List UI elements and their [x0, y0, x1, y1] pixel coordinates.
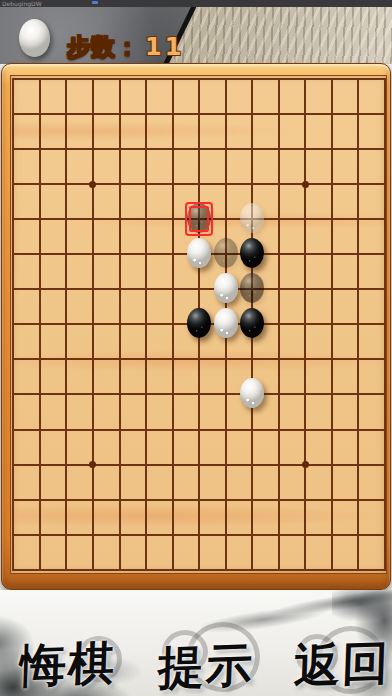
ghost-black-stone — [214, 238, 238, 268]
star-point — [302, 181, 309, 188]
star-point — [302, 461, 309, 468]
turn-indicator-white-stone — [19, 19, 50, 57]
status-strip: DebugingDW — [0, 0, 392, 7]
bottom-panel: 悔棋 提示 返回 — [0, 590, 392, 696]
step-counter-label: 步数： — [67, 33, 139, 61]
grid-vline — [384, 78, 386, 571]
status-speck — [92, 1, 98, 4]
button-bar: 悔棋 提示 返回 — [0, 590, 392, 696]
grid-hline — [12, 499, 386, 501]
game-screen: DebugingDW 步数：11 悔棋 提示 返回 — [0, 0, 392, 696]
grid-vline — [304, 78, 306, 571]
grid-hline — [12, 569, 386, 571]
grid-hline — [12, 534, 386, 536]
grid-vline — [357, 78, 359, 571]
debug-label: DebugingDW — [2, 0, 42, 7]
header: 步数：11 — [0, 7, 392, 64]
undo-button[interactable]: 悔棋 — [19, 632, 117, 696]
white-stone — [214, 273, 238, 303]
hint-button[interactable]: 提示 — [157, 634, 255, 696]
last-move-marker — [185, 202, 213, 236]
white-stone — [214, 308, 238, 338]
step-counter: 步数：11 — [67, 31, 184, 63]
step-counter-value: 11 — [145, 33, 184, 61]
grid-vline — [278, 78, 280, 571]
grid-vline — [331, 78, 333, 571]
back-button[interactable]: 返回 — [293, 632, 391, 696]
